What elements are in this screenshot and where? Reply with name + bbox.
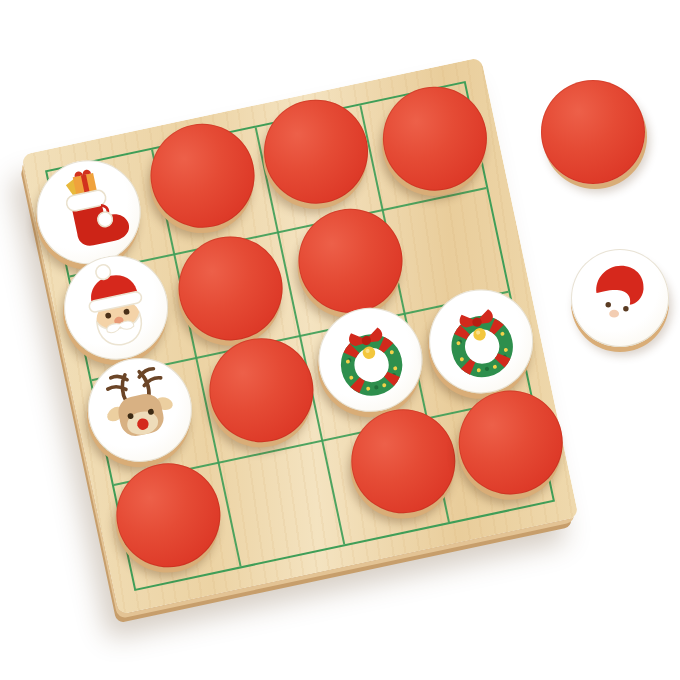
wreath-icon: [309, 298, 432, 421]
game-board: [21, 57, 578, 614]
wreath-icon: [420, 279, 543, 402]
reindeer-icon: [78, 348, 201, 471]
disc-wreath-r3c4[interactable]: [420, 279, 543, 402]
disc-red-upper-right[interactable]: [541, 80, 645, 184]
santa-mini-icon: [571, 249, 669, 347]
scene: [0, 0, 680, 680]
disc-wreath-r3c3[interactable]: [309, 298, 432, 421]
cell-r4c2-empty[interactable]: [217, 441, 344, 568]
santa-icon: [54, 246, 177, 369]
disc-reindeer-r3c1[interactable]: [78, 348, 201, 471]
disc-santa-mini-middle-right[interactable]: [571, 249, 669, 347]
disc-santa-r2c1[interactable]: [54, 246, 177, 369]
